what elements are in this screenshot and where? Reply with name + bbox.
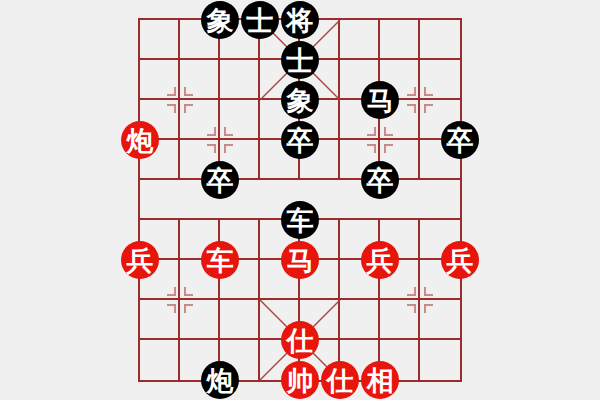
board-cell [140, 340, 180, 380]
red-advisor[interactable]: 仕 [281, 321, 319, 359]
board-cell [420, 340, 460, 380]
red-advisor[interactable]: 仕 [321, 361, 359, 399]
red-elephant[interactable]: 相 [361, 361, 399, 399]
red-cannon[interactable]: 炮 [121, 121, 159, 159]
black-general[interactable]: 将 [281, 1, 319, 39]
board-cell [220, 300, 260, 340]
board-cell [140, 300, 180, 340]
board-cell [420, 300, 460, 340]
red-horse[interactable]: 马 [281, 241, 319, 279]
board-cell [180, 300, 220, 340]
board-cell [420, 20, 460, 60]
black-chariot[interactable]: 车 [281, 201, 319, 239]
board-cell [180, 60, 220, 100]
black-soldier[interactable]: 卒 [361, 161, 399, 199]
board-cell [220, 60, 260, 100]
board-cell [140, 20, 180, 60]
red-soldier[interactable]: 兵 [441, 241, 479, 279]
board-cell [220, 100, 260, 140]
black-advisor[interactable]: 士 [241, 1, 279, 39]
board-cell [140, 60, 180, 100]
board-cell [340, 20, 380, 60]
board-cell [340, 300, 380, 340]
board-cell [180, 100, 220, 140]
board-cell [420, 60, 460, 100]
board-cell [380, 300, 420, 340]
black-soldier[interactable]: 卒 [281, 121, 319, 159]
black-advisor[interactable]: 士 [281, 41, 319, 79]
red-chariot[interactable]: 车 [201, 241, 239, 279]
black-horse[interactable]: 马 [361, 81, 399, 119]
black-cannon[interactable]: 炮 [201, 361, 239, 399]
board-cell [420, 180, 460, 220]
black-soldier[interactable]: 卒 [441, 121, 479, 159]
board-cell [380, 20, 420, 60]
red-general[interactable]: 帅 [281, 361, 319, 399]
black-soldier[interactable]: 卒 [201, 161, 239, 199]
black-elephant[interactable]: 象 [281, 81, 319, 119]
red-soldier[interactable]: 兵 [121, 241, 159, 279]
black-elephant[interactable]: 象 [201, 1, 239, 39]
red-soldier[interactable]: 兵 [361, 241, 399, 279]
board-cell [140, 180, 180, 220]
xiangqi-board-screenshot: 象士将士象马炮卒卒卒卒车兵车马兵兵仕炮帅仕相 [0, 0, 600, 400]
